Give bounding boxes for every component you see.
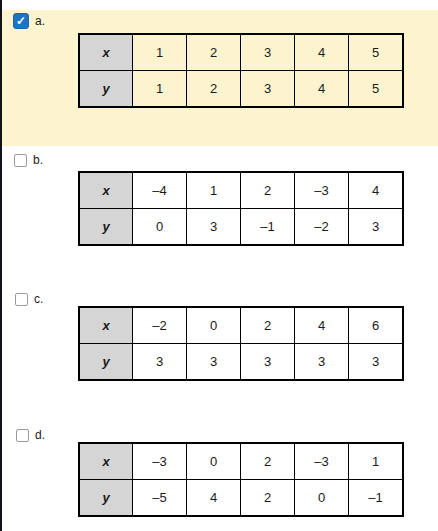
table-cell: –4: [133, 173, 186, 208]
table-cell: 0: [187, 444, 240, 479]
table-cell: 2: [241, 308, 294, 343]
table-cell: 4: [187, 480, 240, 515]
table-cell: 5: [349, 35, 402, 70]
option-d-checkbox[interactable]: [16, 429, 29, 442]
option-a-table: x 1 2 3 4 5 y 1 2 3 4 5: [78, 33, 404, 108]
row-header-x: x: [80, 35, 132, 70]
table-cell: –3: [295, 173, 348, 208]
option-d-table: x –3 0 2 –3 1 y –5 4 2 0 –1: [78, 442, 404, 517]
table-cell: 0: [187, 308, 240, 343]
option-b: b. x –4 1 2 –3 4 y 0 3 –1 –2 3: [2, 152, 438, 284]
table-cell: 4: [349, 173, 402, 208]
row-header-y: y: [80, 209, 132, 244]
table-cell: 2: [241, 444, 294, 479]
option-c-label: c.: [34, 292, 43, 306]
table-cell: 3: [241, 71, 294, 106]
option-b-label: b.: [33, 153, 43, 167]
table-cell: 1: [349, 444, 402, 479]
option-c-table: x –2 0 2 4 6 y 3 3 3 3 3: [78, 306, 404, 381]
table-cell: 3: [295, 344, 348, 379]
checkmark-icon: ✓: [16, 15, 26, 27]
table-cell: 2: [187, 71, 240, 106]
option-d-label: d.: [35, 428, 45, 442]
table-cell: 2: [241, 173, 294, 208]
table-cell: 4: [295, 71, 348, 106]
table-cell: –1: [349, 480, 402, 515]
table-cell: 0: [133, 209, 186, 244]
table-cell: –2: [133, 308, 186, 343]
row-header-y: y: [80, 344, 132, 379]
option-d: d. x –3 0 2 –3 1 y –5 4 2 0 –1: [2, 426, 438, 529]
table-cell: –5: [133, 480, 186, 515]
table-cell: 4: [295, 308, 348, 343]
row-header-y: y: [80, 71, 132, 106]
table-cell: 1: [133, 71, 186, 106]
option-b-table: x –4 1 2 –3 4 y 0 3 –1 –2 3: [78, 171, 404, 246]
quiz-page: ✓ a. x 1 2 3 4 5 y 1 2 3 4 5 b. x –4 1: [0, 0, 438, 531]
table-cell: –2: [295, 209, 348, 244]
table-cell: 2: [187, 35, 240, 70]
table-cell: 3: [349, 209, 402, 244]
row-header-x: x: [80, 173, 132, 208]
table-cell: 3: [133, 344, 186, 379]
table-cell: 3: [187, 209, 240, 244]
table-cell: 3: [349, 344, 402, 379]
row-header-x: x: [80, 444, 132, 479]
option-a-label: a.: [35, 14, 45, 28]
row-header-y: y: [80, 480, 132, 515]
option-c: c. x –2 0 2 4 6 y 3 3 3 3 3: [2, 290, 438, 420]
table-cell: –3: [133, 444, 186, 479]
table-cell: 2: [241, 480, 294, 515]
table-cell: 1: [133, 35, 186, 70]
option-b-checkbox[interactable]: [14, 154, 27, 167]
table-cell: –3: [295, 444, 348, 479]
table-cell: 3: [241, 35, 294, 70]
table-cell: 1: [187, 173, 240, 208]
table-cell: 3: [187, 344, 240, 379]
option-a: ✓ a. x 1 2 3 4 5 y 1 2 3 4 5: [2, 10, 438, 146]
table-cell: 5: [349, 71, 402, 106]
table-cell: 3: [241, 344, 294, 379]
row-header-x: x: [80, 308, 132, 343]
table-cell: 4: [295, 35, 348, 70]
option-a-checkbox[interactable]: ✓: [13, 13, 29, 29]
option-c-checkbox[interactable]: [15, 293, 28, 306]
table-cell: 0: [295, 480, 348, 515]
table-cell: 6: [349, 308, 402, 343]
table-cell: –1: [241, 209, 294, 244]
